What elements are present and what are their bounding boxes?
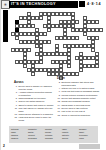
- clue-item: 10.Device that displays computer output: [57, 97, 102, 100]
- clue-item: 12.Sound-only broadcast medium: [57, 100, 102, 103]
- corner-date: 4·8·14: [87, 2, 101, 6]
- clue-text: A global network connecting millions of …: [19, 91, 55, 96]
- clue-text: Device used to take pictures: [62, 107, 103, 110]
- page-number: 2: [3, 144, 5, 148]
- clue-item: 8.Moving pictures recorded electronicall…: [57, 94, 102, 97]
- worksheet-page: ✳ IT'S IN TECHNOLOGY 4·8·14 Across 1.Dev…: [0, 0, 106, 150]
- word-bank-word: keyboard: [28, 137, 45, 140]
- word-bank: antennacablecamerachannelcomputerdigital…: [9, 126, 98, 143]
- clue-text: Hand-held device used to move the cursor: [19, 116, 55, 121]
- clue-item: 17.Part of the TV you look at: [57, 110, 102, 113]
- side-banner: [3, 10, 8, 42]
- crossword-grid: [11, 12, 103, 80]
- word-bank-word: channel: [11, 137, 28, 140]
- clue-text: Electronic machine that stores and proce…: [62, 81, 103, 86]
- word-bank-column: antennacablecamerachannel: [11, 128, 28, 142]
- logo-square-icon: [79, 1, 85, 7]
- word-bank-word: screen: [62, 137, 79, 140]
- word-bank-column: computerdigitalinternetkeyboard: [28, 128, 45, 142]
- clue-text: Signal made of ones and zeros: [62, 104, 103, 107]
- word-bank-word: program: [45, 137, 62, 140]
- clue-item: 6.Metal rod that picks up broadcast sign…: [57, 90, 102, 93]
- clue-item: 5.Show broadcast on television: [14, 97, 54, 100]
- down-clues: Down 2.Electronic machine that stores an…: [57, 77, 102, 117]
- clue-item: 11.Wire that carries TV signals into you…: [14, 107, 54, 112]
- clue-text: Metal rod that picks up broadcast signal…: [62, 90, 103, 93]
- clue-item: 7.Screen you watch shows on: [14, 100, 54, 103]
- clue-text: Sound-only broadcast medium: [62, 100, 103, 103]
- across-header: Across: [14, 81, 54, 84]
- clue-text: Part of the TV you look at: [62, 110, 103, 113]
- puzzle-title: IT'S IN TECHNOLOGY: [9, 1, 78, 8]
- clue-item: 14.Signal made of ones and zeros: [57, 104, 102, 107]
- clue-text: Device that displays computer output: [62, 97, 103, 100]
- clue-item: 15.Hand-held device used to move the cur…: [14, 116, 54, 121]
- word-bank-word: video: [79, 137, 96, 140]
- footer-logo: [79, 144, 100, 149]
- clue-item: 9.Object in space that relays TV signals: [14, 104, 54, 107]
- clue-item: 4.Station you tune in to watch a show: [57, 87, 102, 90]
- clue-text: Screen you watch shows on: [19, 100, 55, 103]
- word-bank-column: monitormousenetworkprogram: [45, 128, 62, 142]
- clue-text: Typing device attached to a computer: [19, 113, 55, 116]
- clue-text: Object in space that relays TV signals: [19, 104, 55, 107]
- word-bank-column: speakertablettelevisionvideo: [79, 128, 96, 142]
- clue-item: 2.Electronic machine that stores and pro…: [57, 81, 102, 86]
- clue-text: Show broadcast on television: [19, 97, 55, 100]
- clue-text: Device used to change TV channels from t…: [19, 85, 55, 90]
- clue-text: Wire that carries TV signals into your h…: [19, 107, 55, 112]
- clue-item: 1.Device used to change TV channels from…: [14, 85, 54, 90]
- across-clues: Across 1.Device used to change TV channe…: [14, 81, 54, 122]
- clue-text: Moving pictures recorded electronically: [62, 94, 103, 97]
- clue-text: Group of connected computers: [62, 114, 103, 117]
- clue-text: Station you tune in to watch a show: [62, 87, 103, 90]
- word-bank-column: radioremotesatellitescreen: [62, 128, 79, 142]
- clue-item: 16.Device used to take pictures: [57, 107, 102, 110]
- clue-item: 3.A global network connecting millions o…: [14, 91, 54, 96]
- clue-item: 18.Group of connected computers: [57, 114, 102, 117]
- down-header: Down: [57, 77, 102, 80]
- clue-item: 13.Typing device attached to a computer: [14, 113, 54, 116]
